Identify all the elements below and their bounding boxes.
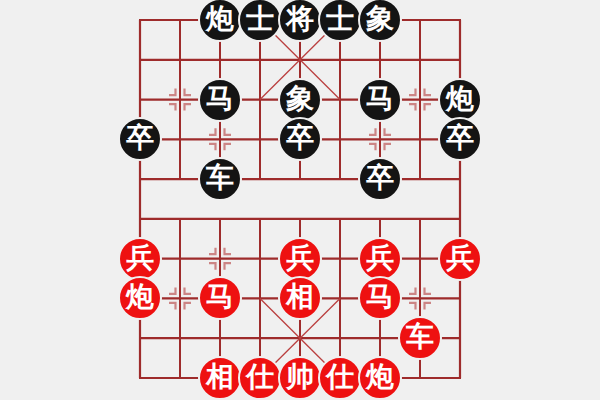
red-elephant-glyph: 相 [286,283,314,311]
black-advisor[interactable]: 士 [238,0,282,42]
black-elephant[interactable]: 象 [358,0,402,42]
red-soldier[interactable]: 兵 [118,237,162,281]
black-soldier-glyph: 卒 [366,164,394,192]
red-elephant-glyph: 相 [206,363,234,391]
red-elephant[interactable]: 相 [198,356,242,400]
black-soldier-glyph: 卒 [286,124,314,152]
black-elephant[interactable]: 象 [278,78,322,122]
red-soldier-glyph: 兵 [286,244,314,272]
red-advisor-glyph: 仕 [326,363,354,391]
red-chariot-glyph: 车 [406,323,434,351]
black-horse[interactable]: 马 [358,78,402,122]
black-cannon[interactable]: 炮 [438,78,482,122]
red-chariot[interactable]: 车 [398,316,442,360]
red-general[interactable]: 帅 [278,356,322,400]
black-soldier-glyph: 卒 [446,124,474,152]
black-horse-glyph: 马 [206,85,234,113]
black-advisor-glyph: 士 [326,5,354,33]
red-soldier[interactable]: 兵 [438,237,482,281]
black-horse[interactable]: 马 [198,78,242,122]
black-advisor-glyph: 士 [246,5,274,33]
pieces-grid: 炮士将士象马象马炮卒卒卒车卒兵兵兵兵炮马相马车相仕帅仕炮 [120,0,480,398]
black-soldier[interactable]: 卒 [358,157,402,201]
black-elephant-glyph: 象 [286,85,314,113]
black-advisor[interactable]: 士 [318,0,362,42]
black-chariot-glyph: 车 [206,164,234,192]
red-soldier-glyph: 兵 [446,244,474,272]
black-chariot[interactable]: 车 [198,157,242,201]
black-soldier[interactable]: 卒 [278,117,322,161]
red-horse-glyph: 马 [206,283,234,311]
red-soldier-glyph: 兵 [126,244,154,272]
red-cannon-glyph: 炮 [366,363,394,391]
black-cannon-glyph: 炮 [446,85,474,113]
black-elephant-glyph: 象 [366,5,394,33]
black-soldier-glyph: 卒 [126,124,154,152]
xiangqi-board: 炮士将士象马象马炮卒卒卒车卒兵兵兵兵炮马相马车相仕帅仕炮 [0,0,600,400]
red-horse-glyph: 马 [366,283,394,311]
red-advisor[interactable]: 仕 [238,356,282,400]
red-horse[interactable]: 马 [198,276,242,320]
black-general[interactable]: 将 [278,0,322,42]
red-cannon[interactable]: 炮 [118,276,162,320]
red-soldier[interactable]: 兵 [358,237,402,281]
red-cannon-glyph: 炮 [126,283,154,311]
red-soldier[interactable]: 兵 [278,237,322,281]
red-soldier-glyph: 兵 [366,244,394,272]
red-general-glyph: 帅 [286,363,314,391]
black-cannon-glyph: 炮 [206,5,234,33]
black-soldier[interactable]: 卒 [118,117,162,161]
red-cannon[interactable]: 炮 [358,356,402,400]
red-advisor[interactable]: 仕 [318,356,362,400]
red-advisor-glyph: 仕 [246,363,274,391]
black-horse-glyph: 马 [366,85,394,113]
red-horse[interactable]: 马 [358,276,402,320]
black-cannon[interactable]: 炮 [198,0,242,42]
black-soldier[interactable]: 卒 [438,117,482,161]
red-elephant[interactable]: 相 [278,276,322,320]
black-general-glyph: 将 [286,5,314,33]
